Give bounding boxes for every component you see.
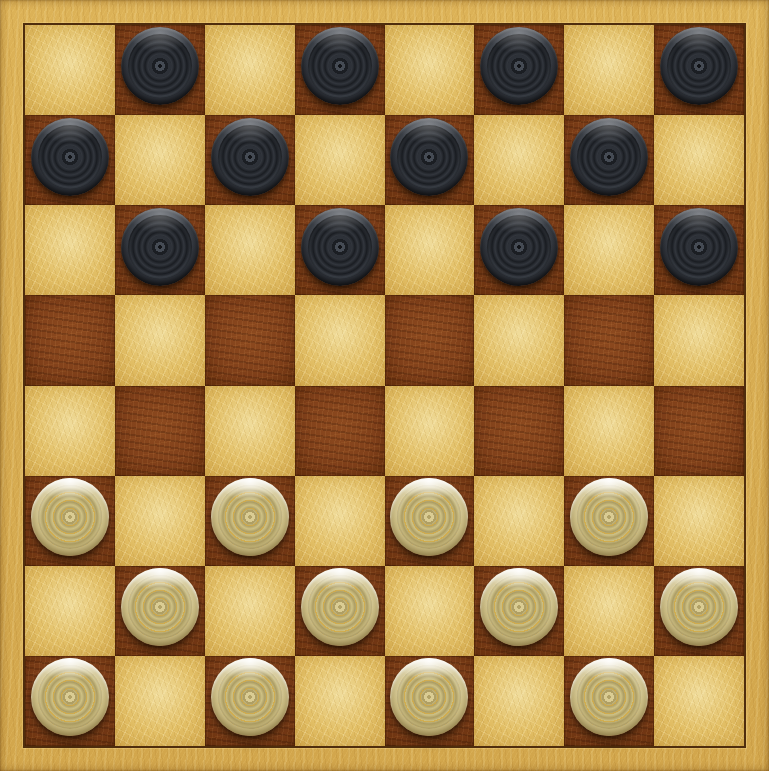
board-square[interactable]	[205, 656, 295, 746]
board-square	[295, 295, 385, 385]
board-square	[654, 115, 744, 205]
checker-piece-light[interactable]	[211, 478, 289, 556]
checker-piece-light[interactable]	[121, 568, 199, 646]
board-square[interactable]	[295, 386, 385, 476]
board-square[interactable]	[115, 386, 205, 476]
checker-piece-dark[interactable]	[121, 208, 199, 286]
checker-piece-light[interactable]	[570, 658, 648, 736]
board-square	[25, 25, 115, 115]
board-square[interactable]	[564, 295, 654, 385]
board-square[interactable]	[115, 205, 205, 295]
board-square[interactable]	[205, 295, 295, 385]
board-square	[474, 476, 564, 566]
checkers-board-window	[0, 0, 769, 771]
checker-piece-dark[interactable]	[301, 208, 379, 286]
board-square	[205, 25, 295, 115]
checker-piece-dark[interactable]	[660, 208, 738, 286]
checker-piece-light[interactable]	[570, 478, 648, 556]
board-square[interactable]	[474, 566, 564, 656]
checker-piece-light[interactable]	[660, 568, 738, 646]
board-square[interactable]	[25, 115, 115, 205]
board-square[interactable]	[115, 566, 205, 656]
board-square[interactable]	[564, 656, 654, 746]
board-square[interactable]	[654, 25, 744, 115]
board-square[interactable]	[474, 386, 564, 476]
checker-piece-light[interactable]	[480, 568, 558, 646]
checker-piece-light[interactable]	[390, 478, 468, 556]
board-square	[115, 656, 205, 746]
board-square[interactable]	[654, 566, 744, 656]
board-square	[564, 25, 654, 115]
checker-piece-dark[interactable]	[390, 118, 468, 196]
board-square[interactable]	[385, 476, 475, 566]
checker-piece-light[interactable]	[31, 478, 109, 556]
board-square	[25, 205, 115, 295]
board-square	[474, 295, 564, 385]
board-square	[654, 476, 744, 566]
board-square[interactable]	[474, 25, 564, 115]
board-square	[115, 115, 205, 205]
board-square	[295, 115, 385, 205]
board-square	[205, 566, 295, 656]
checker-piece-light[interactable]	[31, 658, 109, 736]
checker-piece-dark[interactable]	[480, 208, 558, 286]
checker-piece-light[interactable]	[390, 658, 468, 736]
board-square	[385, 205, 475, 295]
board-square[interactable]	[385, 656, 475, 746]
board-square	[295, 476, 385, 566]
board-square[interactable]	[654, 386, 744, 476]
checker-piece-light[interactable]	[211, 658, 289, 736]
board-square	[654, 295, 744, 385]
board-square	[564, 566, 654, 656]
board-square	[564, 205, 654, 295]
board-square	[115, 295, 205, 385]
board-square[interactable]	[115, 25, 205, 115]
board-square	[385, 25, 475, 115]
board-square[interactable]	[205, 115, 295, 205]
checker-piece-dark[interactable]	[121, 27, 199, 105]
board-square	[474, 656, 564, 746]
board-square	[564, 386, 654, 476]
checker-piece-dark[interactable]	[480, 27, 558, 105]
board-square	[385, 566, 475, 656]
board-square	[25, 566, 115, 656]
board-square[interactable]	[205, 476, 295, 566]
board-square[interactable]	[295, 25, 385, 115]
checker-piece-dark[interactable]	[301, 27, 379, 105]
board-square[interactable]	[385, 115, 475, 205]
board-square	[474, 115, 564, 205]
board-square	[205, 386, 295, 476]
board-square[interactable]	[654, 205, 744, 295]
board-square[interactable]	[295, 566, 385, 656]
checker-piece-dark[interactable]	[211, 118, 289, 196]
board-square[interactable]	[295, 205, 385, 295]
board-square[interactable]	[564, 115, 654, 205]
board-square[interactable]	[385, 295, 475, 385]
board-square	[654, 656, 744, 746]
board-square[interactable]	[474, 205, 564, 295]
board-square[interactable]	[564, 476, 654, 566]
board-square	[25, 386, 115, 476]
checker-piece-light[interactable]	[301, 568, 379, 646]
board-square	[115, 476, 205, 566]
board-square[interactable]	[25, 656, 115, 746]
checker-piece-dark[interactable]	[31, 118, 109, 196]
board-square	[385, 386, 475, 476]
checker-piece-dark[interactable]	[660, 27, 738, 105]
board-grid	[23, 23, 746, 748]
board-square	[295, 656, 385, 746]
board-square	[205, 205, 295, 295]
board-square[interactable]	[25, 476, 115, 566]
checker-piece-dark[interactable]	[570, 118, 648, 196]
board-square[interactable]	[25, 295, 115, 385]
